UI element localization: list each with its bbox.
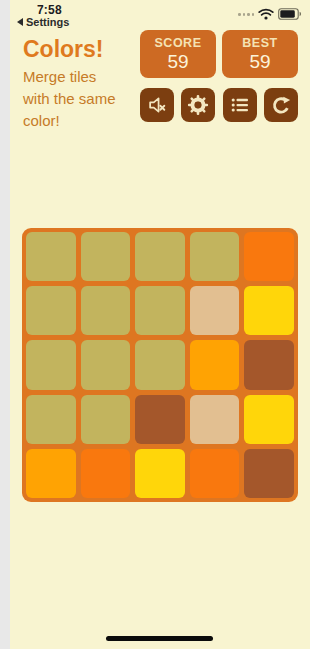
menu-button[interactable]	[223, 88, 257, 122]
tile-r2c5-yellow	[244, 286, 294, 335]
mute-button[interactable]	[140, 88, 174, 122]
tile-r2c3-olive	[135, 286, 185, 335]
back-label: Settings	[26, 16, 69, 28]
tile-r4c2-olive	[81, 395, 131, 444]
battery-icon	[278, 6, 302, 24]
speaker-muted-icon	[146, 94, 168, 116]
tile-r1c2-olive	[81, 232, 131, 281]
app-screen: 7:58 Settings Colors! Merge tiles with t…	[10, 0, 310, 649]
back-to-settings-button[interactable]: Settings	[17, 16, 69, 28]
settings-button[interactable]	[181, 88, 215, 122]
scoreboard: SCORE 59 BEST 59	[140, 30, 298, 78]
tile-r3c2-olive	[81, 340, 131, 389]
home-indicator[interactable]	[106, 636, 213, 641]
tile-r3c3-olive	[135, 340, 185, 389]
best-box: BEST 59	[222, 30, 298, 78]
back-chevron-icon	[17, 18, 23, 26]
tile-r1c3-olive	[135, 232, 185, 281]
tile-r5c3-yellow	[135, 449, 185, 498]
restart-button[interactable]	[264, 88, 298, 122]
status-time: 7:58	[37, 3, 62, 17]
tile-r5c5-brown	[244, 449, 294, 498]
list-icon	[229, 94, 251, 116]
status-icons	[238, 9, 302, 21]
tile-r4c5-yellow	[244, 395, 294, 444]
wifi-icon	[258, 6, 274, 24]
tile-r1c5-orange	[244, 232, 294, 281]
score-label: SCORE	[155, 36, 202, 50]
tile-r5c2-orange	[81, 449, 131, 498]
tile-r3c5-brown	[244, 340, 294, 389]
tile-r2c2-olive	[81, 286, 131, 335]
best-value: 59	[249, 51, 270, 73]
score-box: SCORE 59	[140, 30, 216, 78]
best-label: BEST	[242, 36, 277, 50]
tile-r5c1-amber	[26, 449, 76, 498]
tile-r1c1-olive	[26, 232, 76, 281]
tile-r4c4-tan	[190, 395, 240, 444]
app-subtitle: Merge tiles with the same color!	[23, 66, 125, 132]
tile-r4c1-olive	[26, 395, 76, 444]
score-value: 59	[167, 51, 188, 73]
tile-r4c3-brown	[135, 395, 185, 444]
tile-r5c4-orange	[190, 449, 240, 498]
cellular-signal-dots-icon	[238, 13, 254, 17]
tile-r1c4-olive	[190, 232, 240, 281]
tile-r2c1-olive	[26, 286, 76, 335]
gear-icon	[187, 94, 209, 116]
tile-r3c1-olive	[26, 340, 76, 389]
tile-r2c4-tan	[190, 286, 240, 335]
tile-r3c4-amber	[190, 340, 240, 389]
toolbar	[140, 88, 298, 122]
restart-icon	[270, 94, 292, 116]
app-title: Colors!	[23, 36, 104, 63]
board[interactable]	[22, 228, 298, 502]
